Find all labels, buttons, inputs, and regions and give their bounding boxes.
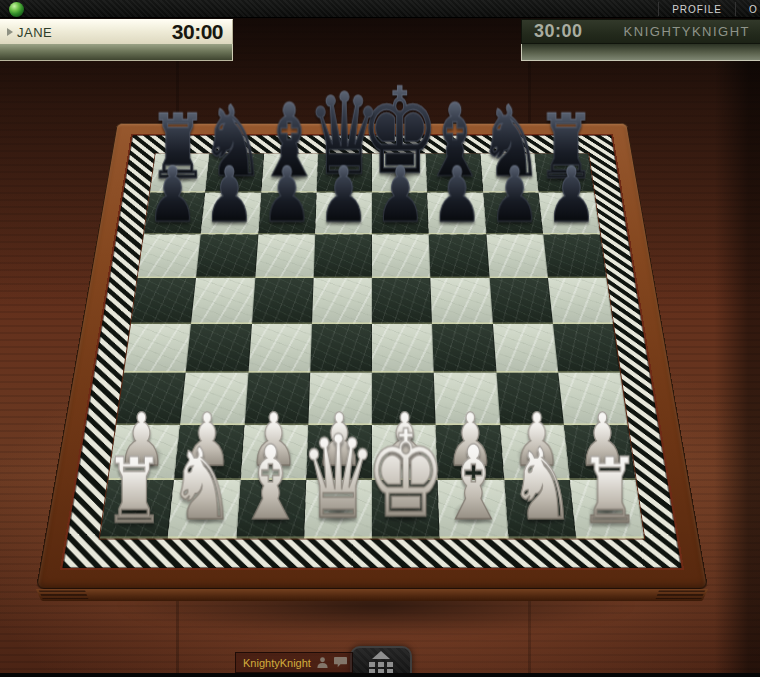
square-h5[interactable] bbox=[548, 278, 613, 324]
square-h8[interactable]: ♜ bbox=[534, 154, 594, 193]
square-f4[interactable] bbox=[432, 324, 496, 373]
square-h7[interactable]: ♟ bbox=[538, 193, 599, 234]
square-h4[interactable] bbox=[553, 324, 620, 373]
square-b1[interactable]: ♞ bbox=[168, 480, 240, 539]
piece-bq-d8[interactable]: ♛ bbox=[307, 78, 382, 190]
opponent-nameplate[interactable]: KnightyKnight bbox=[235, 652, 353, 673]
piece-wr-h1[interactable]: ♜ bbox=[579, 445, 640, 536]
square-h6[interactable] bbox=[543, 234, 606, 278]
board-frame: ♜♞♝♛♚♝♞♜♟♟♟♟♟♟♟♟♟♟♟♟♟♟♟♟♜♞♝♛♚♝♞♜ bbox=[36, 123, 708, 589]
piece-bp-c7[interactable]: ♟ bbox=[261, 156, 312, 232]
green-ball-icon bbox=[9, 2, 24, 17]
piece-wb-c1[interactable]: ♝ bbox=[236, 433, 305, 536]
square-e6[interactable] bbox=[372, 234, 431, 278]
square-f5[interactable] bbox=[431, 278, 493, 324]
square-e4[interactable] bbox=[372, 324, 434, 373]
turn-arrow-icon bbox=[7, 28, 13, 36]
square-e7[interactable]: ♟ bbox=[372, 193, 429, 234]
black-player-name: KNIGHTYKNIGHT bbox=[624, 24, 750, 39]
opponent-name-label: KnightyKnight bbox=[243, 657, 311, 669]
square-c6[interactable] bbox=[255, 234, 315, 278]
black-captured-tray bbox=[521, 44, 760, 61]
piece-bp-e7[interactable]: ♟ bbox=[375, 156, 426, 232]
piece-br-h8[interactable]: ♜ bbox=[536, 102, 595, 191]
square-a4[interactable] bbox=[124, 324, 191, 373]
square-c5[interactable] bbox=[252, 278, 314, 324]
square-b5[interactable] bbox=[191, 278, 255, 324]
square-a1[interactable]: ♜ bbox=[100, 480, 174, 539]
square-b4[interactable] bbox=[186, 324, 252, 373]
white-player-clock: 30:00 bbox=[172, 20, 223, 44]
piece-bp-a7[interactable]: ♟ bbox=[147, 156, 198, 232]
board-front-edge bbox=[36, 589, 708, 601]
square-b8[interactable]: ♞ bbox=[206, 154, 264, 193]
square-f8[interactable]: ♝ bbox=[426, 154, 483, 193]
piece-wb-f1[interactable]: ♝ bbox=[439, 433, 508, 536]
player-panel-white-row: JANE 30:00 bbox=[0, 19, 233, 44]
square-g7[interactable]: ♟ bbox=[483, 193, 543, 234]
square-a8[interactable]: ♜ bbox=[150, 154, 210, 193]
piece-bn-g8[interactable]: ♞ bbox=[478, 93, 543, 191]
square-c7[interactable]: ♟ bbox=[258, 193, 316, 234]
square-a5[interactable] bbox=[131, 278, 196, 324]
square-d4[interactable] bbox=[310, 324, 372, 373]
piece-bp-d7[interactable]: ♟ bbox=[318, 156, 369, 232]
square-b7[interactable]: ♟ bbox=[201, 193, 261, 234]
chess-app-window: { "game": "chess", "position": "rnbqkbnr… bbox=[0, 0, 760, 677]
square-d1[interactable]: ♛ bbox=[304, 480, 372, 539]
square-c4[interactable] bbox=[248, 324, 312, 373]
player-panel-white: JANE 30:00 bbox=[0, 19, 233, 61]
board-squares[interactable]: ♜♞♝♛♚♝♞♜♟♟♟♟♟♟♟♟♟♟♟♟♟♟♟♟♜♞♝♛♚♝♞♜ bbox=[100, 154, 644, 539]
square-d5[interactable] bbox=[312, 278, 372, 324]
square-f6[interactable] bbox=[429, 234, 489, 278]
square-c1[interactable]: ♝ bbox=[236, 480, 306, 539]
piece-bk-e8[interactable]: ♚ bbox=[360, 72, 439, 190]
piece-wn-b1[interactable]: ♞ bbox=[169, 436, 236, 536]
square-d8[interactable]: ♛ bbox=[317, 154, 372, 193]
piece-br-a8[interactable]: ♜ bbox=[148, 102, 207, 191]
menu-item-profile[interactable]: PROFILE bbox=[659, 0, 735, 18]
up-arrow-icon bbox=[372, 651, 390, 659]
piece-wr-a1[interactable]: ♜ bbox=[104, 445, 165, 536]
menu: PROFILE O bbox=[658, 0, 760, 18]
chess-board: ♜♞♝♛♚♝♞♜♟♟♟♟♟♟♟♟♟♟♟♟♟♟♟♟♜♞♝♛♚♝♞♜ bbox=[36, 123, 708, 589]
chat-bubble-icon[interactable] bbox=[334, 656, 347, 669]
player-icon[interactable] bbox=[316, 656, 329, 669]
piece-bp-f7[interactable]: ♟ bbox=[432, 156, 483, 232]
piece-wn-g1[interactable]: ♞ bbox=[508, 436, 575, 536]
piece-bp-h7[interactable]: ♟ bbox=[546, 156, 597, 232]
player-panel-black: 30:00 KNIGHTYKNIGHT bbox=[521, 19, 760, 61]
square-g6[interactable] bbox=[486, 234, 548, 278]
square-d7[interactable]: ♟ bbox=[315, 193, 372, 234]
square-h1[interactable]: ♜ bbox=[570, 480, 644, 539]
white-captured-tray bbox=[0, 44, 233, 61]
board-scene: ♜♞♝♛♚♝♞♜♟♟♟♟♟♟♟♟♟♟♟♟♟♟♟♟♜♞♝♛♚♝♞♜ bbox=[82, 34, 662, 614]
piece-bb-c8[interactable]: ♝ bbox=[255, 90, 322, 191]
top-menu-bar: PROFILE O bbox=[0, 0, 760, 18]
square-e8[interactable]: ♚ bbox=[372, 154, 427, 193]
black-player-clock: 30:00 bbox=[534, 21, 583, 42]
square-e1[interactable]: ♚ bbox=[372, 480, 440, 539]
square-g5[interactable] bbox=[489, 278, 553, 324]
square-d6[interactable] bbox=[313, 234, 372, 278]
menu-item-clipped[interactable]: O bbox=[736, 0, 760, 18]
square-g8[interactable]: ♞ bbox=[480, 154, 538, 193]
square-e5[interactable] bbox=[372, 278, 432, 324]
board-stripe-border: ♜♞♝♛♚♝♞♜♟♟♟♟♟♟♟♟♟♟♟♟♟♟♟♟♜♞♝♛♚♝♞♜ bbox=[62, 135, 681, 568]
square-f1[interactable]: ♝ bbox=[438, 480, 508, 539]
square-g4[interactable] bbox=[493, 324, 559, 373]
square-b6[interactable] bbox=[196, 234, 258, 278]
square-g1[interactable]: ♞ bbox=[504, 480, 576, 539]
white-player-name: JANE bbox=[17, 25, 172, 40]
piece-wk-e1[interactable]: ♚ bbox=[366, 415, 447, 536]
piece-bp-g7[interactable]: ♟ bbox=[489, 156, 540, 232]
player-panel-black-row: 30:00 KNIGHTYKNIGHT bbox=[521, 19, 760, 44]
piece-bp-b7[interactable]: ♟ bbox=[204, 156, 255, 232]
piece-bb-f8[interactable]: ♝ bbox=[421, 90, 488, 191]
square-c8[interactable]: ♝ bbox=[261, 154, 318, 193]
bottom-edge-strip bbox=[0, 673, 760, 677]
square-f7[interactable]: ♟ bbox=[427, 193, 485, 234]
piece-bn-b8[interactable]: ♞ bbox=[201, 93, 266, 191]
square-a6[interactable] bbox=[138, 234, 201, 278]
square-a7[interactable]: ♟ bbox=[144, 193, 205, 234]
